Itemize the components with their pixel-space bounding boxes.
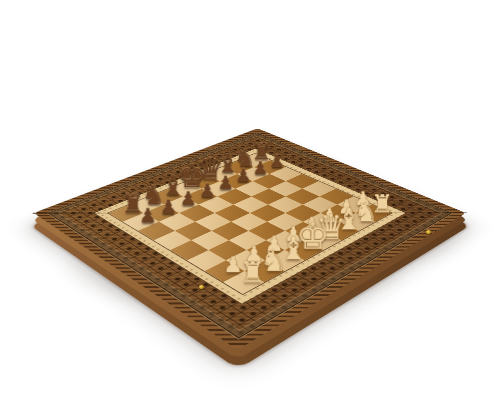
black-pawn-piece: ♟ bbox=[269, 153, 284, 170]
chess-scene: ♜♞♝♚♛♝♞♜♟♟♟♟♟♟♟♟♟♟♟♟♟♟♟♟♜♞♝♚♛♝♞♜ bbox=[0, 0, 500, 400]
black-pawn-piece: ♟ bbox=[139, 206, 157, 226]
chess-board: ♜♞♝♚♛♝♞♜♟♟♟♟♟♟♟♟♟♟♟♟♟♟♟♟♜♞♝♚♛♝♞♜ bbox=[34, 128, 467, 350]
black-pawn-piece: ♟ bbox=[252, 159, 268, 176]
black-pawn-piece: ♟ bbox=[199, 181, 216, 199]
brass-pin-front bbox=[199, 285, 204, 289]
product-photo-canvas: ♜♞♝♚♛♝♞♜♟♟♟♟♟♟♟♟♟♟♟♟♟♟♟♟♜♞♝♚♛♝♞♜ bbox=[0, 0, 500, 400]
black-pawn-piece: ♟ bbox=[179, 189, 196, 208]
black-pawn-piece: ♟ bbox=[159, 197, 176, 216]
black-pawn-piece: ♟ bbox=[217, 174, 233, 192]
brass-pin-right bbox=[426, 230, 431, 234]
black-pawn-piece: ♟ bbox=[235, 167, 251, 185]
white-rook-piece: ♜ bbox=[239, 258, 265, 287]
